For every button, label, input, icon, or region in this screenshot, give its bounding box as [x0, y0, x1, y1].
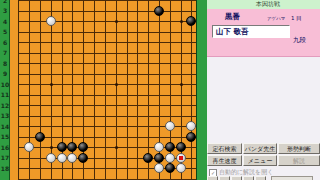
white-stone [176, 163, 186, 173]
row-coordinate-label: 9 [0, 70, 10, 77]
row-coordinate-label: 10 [0, 81, 10, 88]
grid-line-vertical [18, 0, 19, 180]
star-point [115, 20, 118, 23]
black-stone [78, 142, 88, 152]
white-stone [67, 153, 77, 163]
white-stone [165, 121, 175, 131]
grid-line-horizontal [18, 42, 196, 43]
white-stone [46, 16, 56, 26]
playback-button[interactable] [231, 176, 242, 180]
playback-button[interactable] [243, 176, 254, 180]
menu-button[interactable]: メニュー [243, 155, 277, 166]
turn-indicator: 黒番 [225, 12, 240, 22]
white-stone [46, 153, 56, 163]
row-coordinate-label: 2 [0, 0, 10, 4]
board-panel-divider [196, 0, 207, 180]
black-stone [154, 6, 164, 16]
grid-line-horizontal [18, 11, 196, 12]
row-coordinate-label: 13 [0, 112, 10, 119]
white-stone [24, 142, 34, 152]
row-coordinate-label: 16 [0, 144, 10, 151]
playback-button[interactable] [207, 176, 218, 180]
black-stone [35, 132, 45, 142]
player-rank: 九段 [293, 36, 306, 45]
white-stone [186, 121, 196, 131]
row-coordinate-label: 12 [0, 102, 10, 109]
grid-line-vertical [40, 0, 41, 180]
white-stone [176, 153, 186, 163]
white-stone [154, 142, 164, 152]
player-name-field[interactable]: 山下 敬吾 [212, 25, 290, 38]
grid-line-horizontal [18, 116, 196, 117]
grid-line-horizontal [18, 32, 196, 33]
tournament-title: 本因坊戦 [207, 0, 320, 9]
white-stone [154, 163, 164, 173]
grid-line-horizontal [18, 53, 196, 54]
playback-button[interactable] [255, 176, 266, 180]
star-point [115, 83, 118, 86]
grid-line-horizontal [18, 105, 196, 106]
grid-line-horizontal [18, 84, 196, 85]
row-coordinate-label: 15 [0, 133, 10, 140]
row-coordinate-label: 5 [0, 28, 10, 35]
joseki-search-button[interactable]: 定石検索 [207, 143, 242, 154]
grid-line-vertical [105, 0, 106, 180]
grid-line-vertical [137, 0, 138, 180]
row-coordinate-label: 4 [0, 18, 10, 25]
position-judge-button[interactable]: 形勢判断 [278, 143, 320, 154]
grid-line-horizontal [18, 95, 196, 96]
white-stone [165, 153, 175, 163]
row-coordinate-label: 18 [0, 165, 10, 172]
black-stone [154, 153, 164, 163]
black-stone [186, 132, 196, 142]
side-panel: 本因坊戦 黒番 アゲハマ 1 目 山下 敬吾 九段 定石検索 パンダ先生 形勢判… [207, 0, 320, 180]
row-coordinate-label: 3 [0, 7, 10, 14]
star-point [180, 20, 183, 23]
grid-line-horizontal [18, 74, 196, 75]
grid-line-horizontal [18, 179, 196, 180]
playback-button[interactable] [219, 176, 230, 180]
row-coordinate-label: 7 [0, 49, 10, 56]
black-stone [67, 142, 77, 152]
black-stone [78, 153, 88, 163]
go-board[interactable] [10, 0, 196, 180]
grid-line-horizontal [18, 21, 196, 22]
grid-line-vertical [116, 0, 117, 180]
captures-value: 1 目 [291, 15, 302, 22]
black-stone [165, 163, 175, 173]
star-point [50, 83, 53, 86]
row-coordinate-label: 17 [0, 154, 10, 161]
commentary-button[interactable]: 解説 [278, 155, 320, 166]
black-stone [57, 142, 67, 152]
playback-control[interactable] [271, 176, 313, 180]
row-coordinate-label: 11 [0, 91, 10, 98]
grid-line-vertical [127, 0, 128, 180]
row-coordinate-label: 6 [0, 39, 10, 46]
auto-commentary-label: 自動的に解説を開く [219, 168, 273, 175]
white-stone [57, 153, 67, 163]
grid-line-horizontal [18, 0, 196, 1]
grid-line-horizontal [18, 63, 196, 64]
grid-line-vertical [94, 0, 95, 180]
player-info-box: 黒番 アゲハマ 1 目 山下 敬吾 九段 [207, 9, 320, 57]
go-app-window: 23456789101112131415161718 本因坊戦 黒番 アゲハマ … [0, 0, 320, 180]
black-stone [176, 142, 186, 152]
grid-line-vertical [29, 0, 30, 180]
replay-speed-button[interactable]: 再生速度 [207, 155, 242, 166]
captures-label: アゲハマ [267, 16, 285, 21]
row-coordinate-label: 8 [0, 60, 10, 67]
star-point [180, 83, 183, 86]
grid-line-vertical [191, 0, 192, 180]
black-stone [186, 16, 196, 26]
row-coordinate-strip: 23456789101112131415161718 [0, 0, 10, 180]
black-stone [165, 142, 175, 152]
last-move-marker [179, 156, 183, 160]
row-coordinate-label: 14 [0, 123, 10, 130]
panda-sensei-button[interactable]: パンダ先生 [243, 143, 277, 154]
black-stone [143, 153, 153, 163]
